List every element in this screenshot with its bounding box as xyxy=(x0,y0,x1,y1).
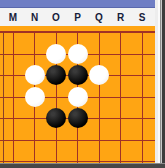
grid-vline-R xyxy=(120,32,121,163)
window-right-border xyxy=(155,0,165,168)
stone-white-P16[interactable] xyxy=(68,87,88,107)
stone-white-O18[interactable] xyxy=(46,44,66,64)
column-label-row: MNOPQRS xyxy=(0,8,155,26)
stone-black-P17[interactable] xyxy=(68,65,88,85)
stone-black-P15[interactable] xyxy=(68,108,88,128)
column-label-N: N xyxy=(24,8,46,26)
column-label-P: P xyxy=(67,8,89,26)
stone-black-O17[interactable] xyxy=(46,65,66,85)
grid-vline-Q xyxy=(99,32,100,163)
column-label-R: R xyxy=(110,8,132,26)
clipped-left-column-line xyxy=(3,32,4,163)
stone-black-O15[interactable] xyxy=(46,108,66,128)
column-label-O: O xyxy=(45,8,67,26)
column-label-S: S xyxy=(131,8,153,26)
window-title-bar[interactable] xyxy=(0,0,161,8)
grid-vline-S xyxy=(142,32,143,163)
go-app-window: MNOPQRS xyxy=(0,0,165,168)
goban[interactable] xyxy=(0,26,155,163)
stone-white-N16[interactable] xyxy=(25,87,45,107)
grid-vline-M xyxy=(13,32,14,163)
stone-white-N17[interactable] xyxy=(25,65,45,85)
window-bottom-border xyxy=(0,163,165,168)
stone-white-Q17[interactable] xyxy=(89,65,109,85)
column-label-M: M xyxy=(2,8,24,26)
stone-white-P18[interactable] xyxy=(68,44,88,64)
column-label-Q: Q xyxy=(88,8,110,26)
